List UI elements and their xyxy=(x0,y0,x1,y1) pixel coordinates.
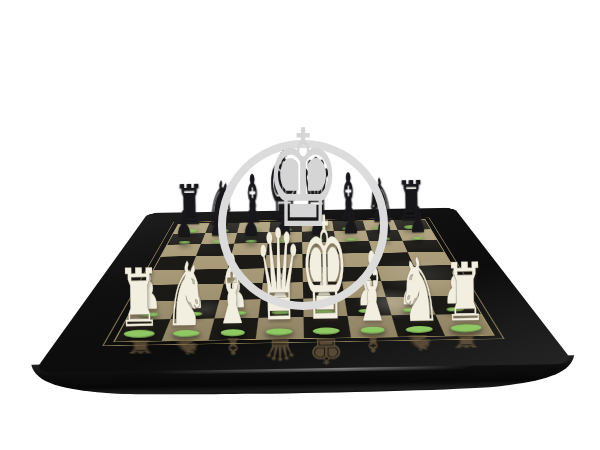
watermark-king-icon: ♚ xyxy=(265,112,340,247)
watermark-logo: ♚ xyxy=(0,0,600,450)
product-photo: ♚ xyxy=(0,0,600,450)
